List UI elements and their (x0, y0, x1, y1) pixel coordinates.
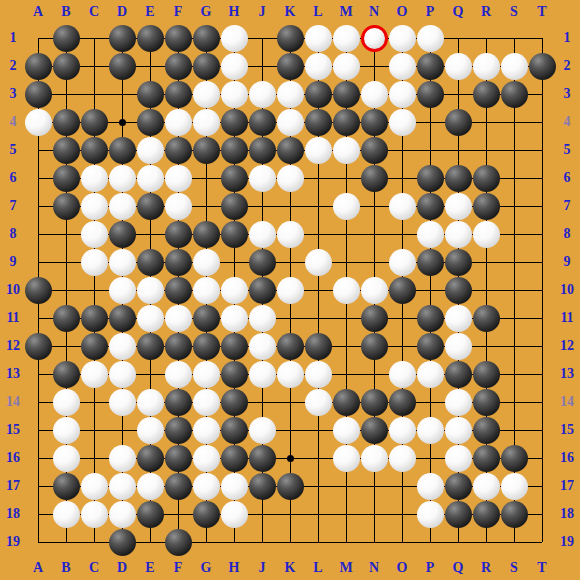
intersection-B1[interactable] (52, 24, 80, 52)
intersection-R1[interactable] (472, 24, 500, 52)
intersection-R4[interactable] (472, 108, 500, 136)
intersection-B14[interactable] (52, 388, 80, 416)
intersection-Q14[interactable] (444, 388, 472, 416)
intersection-T3[interactable] (528, 80, 556, 108)
intersection-F4[interactable] (164, 108, 192, 136)
intersection-L13[interactable] (304, 360, 332, 388)
intersection-D13[interactable] (108, 360, 136, 388)
intersection-M14[interactable] (332, 388, 360, 416)
intersection-P8[interactable] (416, 220, 444, 248)
intersection-R8[interactable] (472, 220, 500, 248)
intersection-E5[interactable] (136, 136, 164, 164)
intersection-L12[interactable] (304, 332, 332, 360)
intersection-J9[interactable] (248, 248, 276, 276)
intersection-P12[interactable] (416, 332, 444, 360)
intersection-F11[interactable] (164, 304, 192, 332)
intersection-Q17[interactable] (444, 472, 472, 500)
intersection-J14[interactable] (248, 388, 276, 416)
intersection-J13[interactable] (248, 360, 276, 388)
intersection-F19[interactable] (164, 528, 192, 556)
intersection-J11[interactable] (248, 304, 276, 332)
intersection-K8[interactable] (276, 220, 304, 248)
intersection-Q8[interactable] (444, 220, 472, 248)
intersection-K10[interactable] (276, 276, 304, 304)
intersection-M2[interactable] (332, 52, 360, 80)
intersection-N13[interactable] (360, 360, 388, 388)
intersection-N7[interactable] (360, 192, 388, 220)
intersection-P3[interactable] (416, 80, 444, 108)
intersection-N4[interactable] (360, 108, 388, 136)
intersection-A9[interactable] (24, 248, 52, 276)
intersection-D11[interactable] (108, 304, 136, 332)
intersection-A17[interactable] (24, 472, 52, 500)
intersection-O18[interactable] (388, 500, 416, 528)
intersection-D10[interactable] (108, 276, 136, 304)
intersection-O10[interactable] (388, 276, 416, 304)
intersection-N14[interactable] (360, 388, 388, 416)
intersection-L10[interactable] (304, 276, 332, 304)
intersection-C17[interactable] (80, 472, 108, 500)
intersection-R11[interactable] (472, 304, 500, 332)
intersection-S18[interactable] (500, 500, 528, 528)
intersection-G13[interactable] (192, 360, 220, 388)
intersection-R12[interactable] (472, 332, 500, 360)
intersection-N5[interactable] (360, 136, 388, 164)
intersection-N2[interactable] (360, 52, 388, 80)
intersection-M4[interactable] (332, 108, 360, 136)
intersection-A8[interactable] (24, 220, 52, 248)
intersection-E13[interactable] (136, 360, 164, 388)
intersection-A18[interactable] (24, 500, 52, 528)
intersection-Q6[interactable] (444, 164, 472, 192)
intersection-S10[interactable] (500, 276, 528, 304)
intersection-A5[interactable] (24, 136, 52, 164)
intersection-H14[interactable] (220, 388, 248, 416)
intersection-N12[interactable] (360, 332, 388, 360)
intersection-N18[interactable] (360, 500, 388, 528)
intersection-Q10[interactable] (444, 276, 472, 304)
intersection-O19[interactable] (388, 528, 416, 556)
intersection-Q3[interactable] (444, 80, 472, 108)
intersection-M9[interactable] (332, 248, 360, 276)
intersection-E16[interactable] (136, 444, 164, 472)
intersection-E14[interactable] (136, 388, 164, 416)
intersection-K5[interactable] (276, 136, 304, 164)
intersection-P9[interactable] (416, 248, 444, 276)
intersection-M7[interactable] (332, 192, 360, 220)
intersection-O8[interactable] (388, 220, 416, 248)
intersection-E9[interactable] (136, 248, 164, 276)
intersection-G11[interactable] (192, 304, 220, 332)
intersection-Q19[interactable] (444, 528, 472, 556)
intersection-Q7[interactable] (444, 192, 472, 220)
intersection-R2[interactable] (472, 52, 500, 80)
intersection-E11[interactable] (136, 304, 164, 332)
intersection-Q15[interactable] (444, 416, 472, 444)
intersection-D5[interactable] (108, 136, 136, 164)
intersection-B17[interactable] (52, 472, 80, 500)
intersection-G7[interactable] (192, 192, 220, 220)
intersection-C14[interactable] (80, 388, 108, 416)
intersection-E6[interactable] (136, 164, 164, 192)
intersection-T5[interactable] (528, 136, 556, 164)
intersection-K16[interactable] (276, 444, 304, 472)
intersection-N19[interactable] (360, 528, 388, 556)
intersection-H11[interactable] (220, 304, 248, 332)
intersection-E4[interactable] (136, 108, 164, 136)
intersection-B5[interactable] (52, 136, 80, 164)
intersection-L14[interactable] (304, 388, 332, 416)
intersection-G16[interactable] (192, 444, 220, 472)
intersection-F16[interactable] (164, 444, 192, 472)
intersection-K7[interactable] (276, 192, 304, 220)
intersection-J2[interactable] (248, 52, 276, 80)
intersection-O16[interactable] (388, 444, 416, 472)
intersection-E2[interactable] (136, 52, 164, 80)
intersection-J17[interactable] (248, 472, 276, 500)
intersection-F17[interactable] (164, 472, 192, 500)
intersection-M17[interactable] (332, 472, 360, 500)
intersection-A4[interactable] (24, 108, 52, 136)
intersection-P7[interactable] (416, 192, 444, 220)
intersection-A14[interactable] (24, 388, 52, 416)
intersection-K17[interactable] (276, 472, 304, 500)
intersection-A1[interactable] (24, 24, 52, 52)
intersection-N8[interactable] (360, 220, 388, 248)
intersection-L17[interactable] (304, 472, 332, 500)
intersection-R10[interactable] (472, 276, 500, 304)
intersection-T17[interactable] (528, 472, 556, 500)
intersection-O5[interactable] (388, 136, 416, 164)
intersection-A16[interactable] (24, 444, 52, 472)
intersection-J3[interactable] (248, 80, 276, 108)
intersection-B9[interactable] (52, 248, 80, 276)
intersection-P6[interactable] (416, 164, 444, 192)
intersection-P10[interactable] (416, 276, 444, 304)
intersection-H9[interactable] (220, 248, 248, 276)
intersection-O13[interactable] (388, 360, 416, 388)
intersection-H7[interactable] (220, 192, 248, 220)
intersection-G8[interactable] (192, 220, 220, 248)
intersection-J1[interactable] (248, 24, 276, 52)
intersection-O12[interactable] (388, 332, 416, 360)
intersection-H13[interactable] (220, 360, 248, 388)
intersection-L9[interactable] (304, 248, 332, 276)
intersection-S5[interactable] (500, 136, 528, 164)
intersection-F3[interactable] (164, 80, 192, 108)
intersection-O11[interactable] (388, 304, 416, 332)
intersection-M13[interactable] (332, 360, 360, 388)
intersection-B11[interactable] (52, 304, 80, 332)
intersection-S15[interactable] (500, 416, 528, 444)
intersection-H3[interactable] (220, 80, 248, 108)
intersection-O14[interactable] (388, 388, 416, 416)
intersection-P5[interactable] (416, 136, 444, 164)
intersection-T7[interactable] (528, 192, 556, 220)
intersection-H18[interactable] (220, 500, 248, 528)
intersection-M5[interactable] (332, 136, 360, 164)
intersection-L3[interactable] (304, 80, 332, 108)
intersection-S19[interactable] (500, 528, 528, 556)
intersection-S7[interactable] (500, 192, 528, 220)
intersection-G6[interactable] (192, 164, 220, 192)
intersection-L2[interactable] (304, 52, 332, 80)
intersection-S4[interactable] (500, 108, 528, 136)
intersection-F2[interactable] (164, 52, 192, 80)
intersection-F6[interactable] (164, 164, 192, 192)
intersection-R14[interactable] (472, 388, 500, 416)
intersection-R15[interactable] (472, 416, 500, 444)
intersection-A7[interactable] (24, 192, 52, 220)
intersection-Q13[interactable] (444, 360, 472, 388)
intersection-S16[interactable] (500, 444, 528, 472)
intersection-T12[interactable] (528, 332, 556, 360)
intersection-C8[interactable] (80, 220, 108, 248)
intersection-G9[interactable] (192, 248, 220, 276)
intersection-B16[interactable] (52, 444, 80, 472)
intersection-E18[interactable] (136, 500, 164, 528)
intersection-Q18[interactable] (444, 500, 472, 528)
intersection-M12[interactable] (332, 332, 360, 360)
intersection-C12[interactable] (80, 332, 108, 360)
intersection-C15[interactable] (80, 416, 108, 444)
intersection-H17[interactable] (220, 472, 248, 500)
intersection-P11[interactable] (416, 304, 444, 332)
intersection-F8[interactable] (164, 220, 192, 248)
intersection-P4[interactable] (416, 108, 444, 136)
intersection-D8[interactable] (108, 220, 136, 248)
intersection-H19[interactable] (220, 528, 248, 556)
intersection-D3[interactable] (108, 80, 136, 108)
intersection-H10[interactable] (220, 276, 248, 304)
intersection-R3[interactable] (472, 80, 500, 108)
intersection-S14[interactable] (500, 388, 528, 416)
intersection-K14[interactable] (276, 388, 304, 416)
intersection-F7[interactable] (164, 192, 192, 220)
intersection-D4[interactable] (108, 108, 136, 136)
intersection-D2[interactable] (108, 52, 136, 80)
intersection-J4[interactable] (248, 108, 276, 136)
intersection-S12[interactable] (500, 332, 528, 360)
intersection-L7[interactable] (304, 192, 332, 220)
intersection-O7[interactable] (388, 192, 416, 220)
intersection-B12[interactable] (52, 332, 80, 360)
intersection-S13[interactable] (500, 360, 528, 388)
intersection-F18[interactable] (164, 500, 192, 528)
intersection-G2[interactable] (192, 52, 220, 80)
intersection-O2[interactable] (388, 52, 416, 80)
intersection-D9[interactable] (108, 248, 136, 276)
intersection-E8[interactable] (136, 220, 164, 248)
intersection-T6[interactable] (528, 164, 556, 192)
intersection-S9[interactable] (500, 248, 528, 276)
intersection-L18[interactable] (304, 500, 332, 528)
intersection-N1[interactable] (360, 24, 388, 52)
intersection-R17[interactable] (472, 472, 500, 500)
intersection-J6[interactable] (248, 164, 276, 192)
intersection-K19[interactable] (276, 528, 304, 556)
intersection-O3[interactable] (388, 80, 416, 108)
intersection-S3[interactable] (500, 80, 528, 108)
intersection-A12[interactable] (24, 332, 52, 360)
intersection-Q4[interactable] (444, 108, 472, 136)
intersection-G1[interactable] (192, 24, 220, 52)
intersection-E17[interactable] (136, 472, 164, 500)
intersection-M16[interactable] (332, 444, 360, 472)
intersection-Q5[interactable] (444, 136, 472, 164)
intersection-G12[interactable] (192, 332, 220, 360)
intersection-K9[interactable] (276, 248, 304, 276)
intersection-T15[interactable] (528, 416, 556, 444)
intersection-R6[interactable] (472, 164, 500, 192)
intersection-E10[interactable] (136, 276, 164, 304)
intersection-B15[interactable] (52, 416, 80, 444)
intersection-O4[interactable] (388, 108, 416, 136)
intersection-Q12[interactable] (444, 332, 472, 360)
intersection-T10[interactable] (528, 276, 556, 304)
intersection-J8[interactable] (248, 220, 276, 248)
intersection-H12[interactable] (220, 332, 248, 360)
intersection-F1[interactable] (164, 24, 192, 52)
intersection-G18[interactable] (192, 500, 220, 528)
intersection-S6[interactable] (500, 164, 528, 192)
intersection-J18[interactable] (248, 500, 276, 528)
intersection-G17[interactable] (192, 472, 220, 500)
intersection-M11[interactable] (332, 304, 360, 332)
intersection-H6[interactable] (220, 164, 248, 192)
intersection-F14[interactable] (164, 388, 192, 416)
intersection-F9[interactable] (164, 248, 192, 276)
intersection-M15[interactable] (332, 416, 360, 444)
intersection-D1[interactable] (108, 24, 136, 52)
intersection-A19[interactable] (24, 528, 52, 556)
intersection-C3[interactable] (80, 80, 108, 108)
intersection-N17[interactable] (360, 472, 388, 500)
intersection-K11[interactable] (276, 304, 304, 332)
intersection-D14[interactable] (108, 388, 136, 416)
intersection-Q2[interactable] (444, 52, 472, 80)
intersection-P15[interactable] (416, 416, 444, 444)
intersection-P19[interactable] (416, 528, 444, 556)
intersection-J15[interactable] (248, 416, 276, 444)
intersection-B10[interactable] (52, 276, 80, 304)
intersection-H16[interactable] (220, 444, 248, 472)
intersection-T8[interactable] (528, 220, 556, 248)
intersection-L4[interactable] (304, 108, 332, 136)
intersection-J12[interactable] (248, 332, 276, 360)
intersection-B18[interactable] (52, 500, 80, 528)
intersection-B8[interactable] (52, 220, 80, 248)
intersection-L19[interactable] (304, 528, 332, 556)
intersection-F13[interactable] (164, 360, 192, 388)
intersection-J5[interactable] (248, 136, 276, 164)
intersection-K6[interactable] (276, 164, 304, 192)
intersection-Q16[interactable] (444, 444, 472, 472)
intersection-S8[interactable] (500, 220, 528, 248)
intersection-K13[interactable] (276, 360, 304, 388)
intersection-L8[interactable] (304, 220, 332, 248)
intersection-G19[interactable] (192, 528, 220, 556)
intersection-T18[interactable] (528, 500, 556, 528)
intersection-A11[interactable] (24, 304, 52, 332)
intersection-A13[interactable] (24, 360, 52, 388)
intersection-P16[interactable] (416, 444, 444, 472)
intersection-D18[interactable] (108, 500, 136, 528)
intersection-H2[interactable] (220, 52, 248, 80)
intersection-L11[interactable] (304, 304, 332, 332)
intersection-B3[interactable] (52, 80, 80, 108)
intersection-H4[interactable] (220, 108, 248, 136)
intersection-B7[interactable] (52, 192, 80, 220)
intersection-J10[interactable] (248, 276, 276, 304)
intersection-O17[interactable] (388, 472, 416, 500)
intersection-C1[interactable] (80, 24, 108, 52)
intersection-C11[interactable] (80, 304, 108, 332)
intersection-M10[interactable] (332, 276, 360, 304)
intersection-K12[interactable] (276, 332, 304, 360)
intersection-H8[interactable] (220, 220, 248, 248)
intersection-B4[interactable] (52, 108, 80, 136)
intersection-G10[interactable] (192, 276, 220, 304)
intersection-Q11[interactable] (444, 304, 472, 332)
intersection-D19[interactable] (108, 528, 136, 556)
intersection-L6[interactable] (304, 164, 332, 192)
intersection-O15[interactable] (388, 416, 416, 444)
intersection-B19[interactable] (52, 528, 80, 556)
intersection-E7[interactable] (136, 192, 164, 220)
intersection-T19[interactable] (528, 528, 556, 556)
intersection-M18[interactable] (332, 500, 360, 528)
intersection-C2[interactable] (80, 52, 108, 80)
intersection-H15[interactable] (220, 416, 248, 444)
intersection-S11[interactable] (500, 304, 528, 332)
intersection-K18[interactable] (276, 500, 304, 528)
intersection-T9[interactable] (528, 248, 556, 276)
intersection-D16[interactable] (108, 444, 136, 472)
intersection-E3[interactable] (136, 80, 164, 108)
intersection-E1[interactable] (136, 24, 164, 52)
intersection-C19[interactable] (80, 528, 108, 556)
intersection-C9[interactable] (80, 248, 108, 276)
intersection-A10[interactable] (24, 276, 52, 304)
intersection-J7[interactable] (248, 192, 276, 220)
intersection-D12[interactable] (108, 332, 136, 360)
intersection-E19[interactable] (136, 528, 164, 556)
intersection-R5[interactable] (472, 136, 500, 164)
intersection-H1[interactable] (220, 24, 248, 52)
intersection-P13[interactable] (416, 360, 444, 388)
intersection-M6[interactable] (332, 164, 360, 192)
intersection-T11[interactable] (528, 304, 556, 332)
intersection-G15[interactable] (192, 416, 220, 444)
intersection-E12[interactable] (136, 332, 164, 360)
intersection-S1[interactable] (500, 24, 528, 52)
intersection-C4[interactable] (80, 108, 108, 136)
intersection-P2[interactable] (416, 52, 444, 80)
intersection-N6[interactable] (360, 164, 388, 192)
intersection-N3[interactable] (360, 80, 388, 108)
intersection-C7[interactable] (80, 192, 108, 220)
intersection-L16[interactable] (304, 444, 332, 472)
intersection-O6[interactable] (388, 164, 416, 192)
intersection-D15[interactable] (108, 416, 136, 444)
intersection-R7[interactable] (472, 192, 500, 220)
intersection-D17[interactable] (108, 472, 136, 500)
intersection-M3[interactable] (332, 80, 360, 108)
intersection-Q1[interactable] (444, 24, 472, 52)
intersection-P18[interactable] (416, 500, 444, 528)
intersection-M8[interactable] (332, 220, 360, 248)
